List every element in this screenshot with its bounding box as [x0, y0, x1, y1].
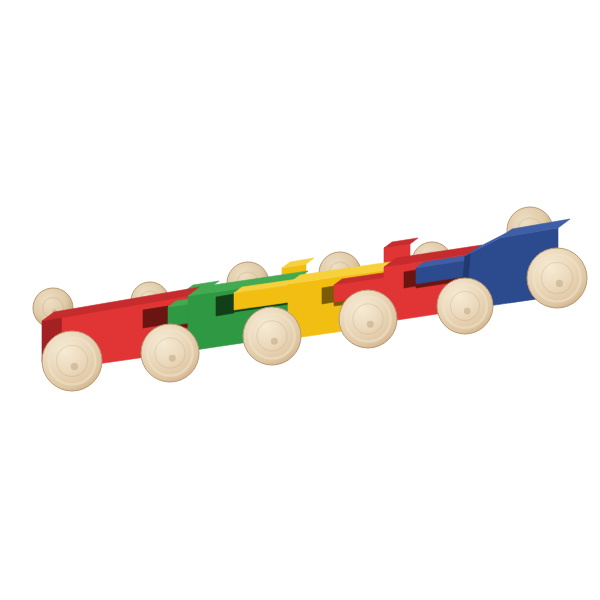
wheel-knot	[556, 280, 563, 287]
junction-4-slot	[404, 270, 416, 288]
wheel-knot	[271, 338, 278, 345]
wheel-disc	[42, 331, 102, 391]
wheel-knot	[169, 355, 176, 362]
junction-2-slot	[216, 294, 234, 316]
wheel-knot	[367, 321, 374, 328]
wheel-front-6	[527, 248, 587, 308]
wheel-knot	[71, 363, 78, 370]
wheel-disc	[527, 248, 587, 308]
junction-3-slot	[322, 286, 334, 304]
wheel-front-3	[243, 307, 301, 365]
wooden-toy-train-photo	[0, 0, 600, 600]
wheel-front-2	[141, 324, 199, 382]
wheel-front-1	[42, 331, 102, 391]
wheel-disc	[243, 307, 301, 365]
wheel-disc	[339, 290, 397, 348]
wheel-front-4	[339, 290, 397, 348]
wheel-disc	[141, 324, 199, 382]
wheel-knot	[464, 308, 471, 315]
wheel-disc	[437, 278, 493, 334]
product-photo	[0, 0, 600, 600]
wheel-front-5	[437, 278, 493, 334]
